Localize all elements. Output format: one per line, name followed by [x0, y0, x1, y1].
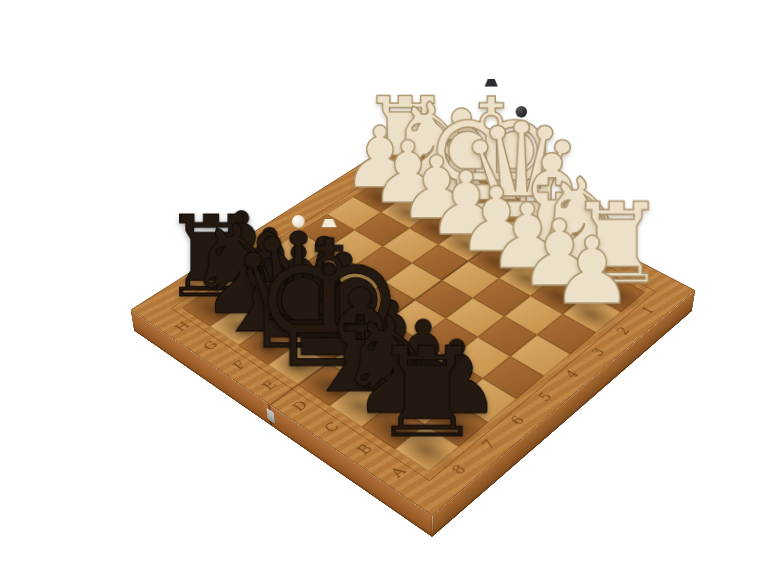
product-photo-scene: ♜♞♝♚♛♝♞♜♟♟♟♟♟♟♟♟♟♟♟♟♟♟♟♟♜♞♝♛♚♝♞♜ HGFEDCB…: [0, 0, 768, 577]
board-top-face: ♜♞♝♚♛♝♞♜♟♟♟♟♟♟♟♟♟♟♟♟♟♟♟♟♜♞♝♛♚♝♞♜ HGFEDCB…: [130, 138, 695, 516]
rank-label-3: 3: [588, 345, 609, 359]
rank-label-4: 4: [562, 367, 583, 381]
cone-finial-icon: [322, 209, 337, 227]
piece-white-pawn-a2[interactable]: ♟: [546, 225, 639, 318]
ball-finial-icon: [516, 105, 527, 116]
piece-black-rook-a8[interactable]: ♜: [365, 330, 490, 455]
board-3d-stage: ♜♞♝♚♛♝♞♜♟♟♟♟♟♟♟♟♟♟♟♟♟♟♟♟♜♞♝♛♚♝♞♜ HGFEDCB…: [0, 0, 768, 577]
chess-board-box: ♜♞♝♚♛♝♞♜♟♟♟♟♟♟♟♟♟♟♟♟♟♟♟♟♜♞♝♛♚♝♞♜ HGFEDCB…: [130, 138, 695, 516]
cone-finial-icon: [485, 70, 498, 86]
square-a8[interactable]: ♜: [395, 425, 459, 472]
rank-label-1: 1: [638, 304, 659, 317]
chess-board-grid[interactable]: ♜♞♝♚♛♝♞♜♟♟♟♟♟♟♟♟♟♟♟♟♟♟♟♟♜♞♝♛♚♝♞♜: [182, 164, 645, 472]
rank-label-6: 6: [507, 413, 529, 428]
box-clasp-icon: [266, 408, 274, 424]
rank-label-5: 5: [535, 389, 557, 403]
file-label-a: A: [386, 463, 409, 480]
